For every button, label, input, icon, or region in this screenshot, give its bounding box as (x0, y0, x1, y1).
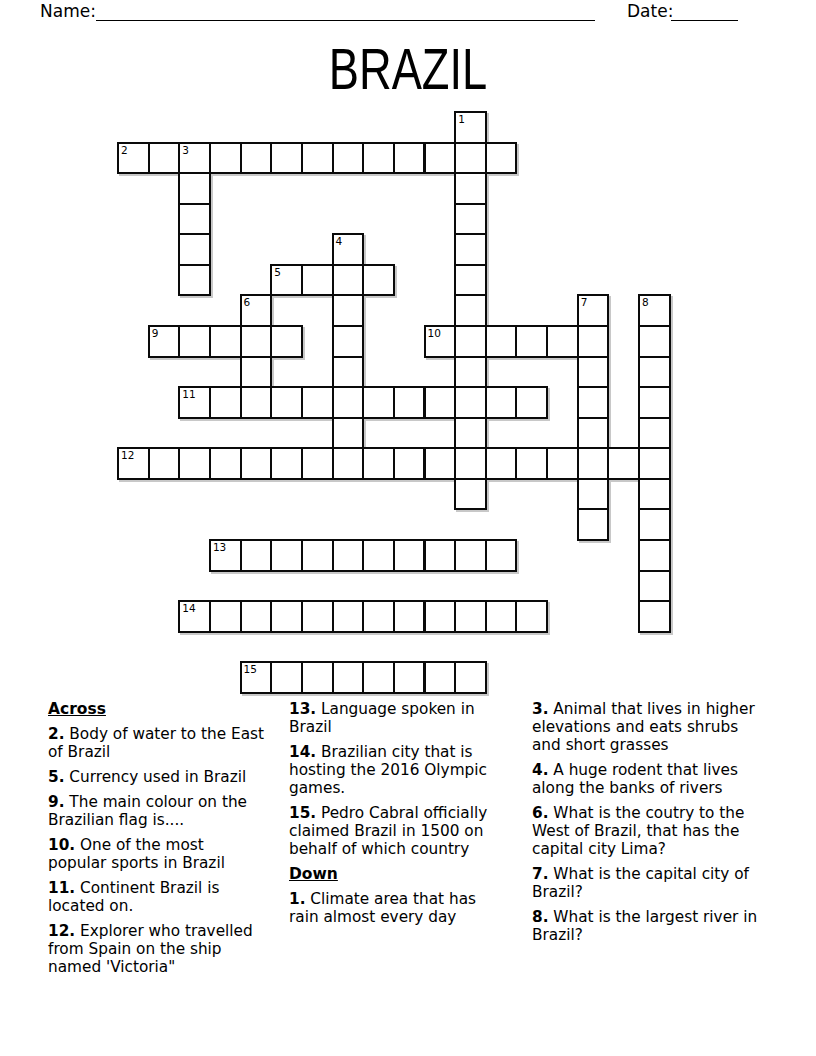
cell-clue-number: 5 (274, 266, 281, 278)
crossword-cell[interactable] (424, 600, 457, 633)
clue-text: Brazilian city that is hosting the 2016 … (289, 743, 487, 797)
cell-clue-number: 3 (182, 144, 189, 156)
cell-clue-number: 7 (581, 296, 588, 308)
crossword-cell[interactable] (485, 325, 518, 358)
clue-text: Explorer who travelled from Spain on the… (48, 922, 253, 976)
crossword-cell[interactable] (454, 386, 487, 419)
clue-down-3: 3. Animal that lives in higher elevation… (532, 700, 762, 754)
clue-across-10: 10. One of the most popular sports in Br… (48, 836, 267, 872)
clue-number: 5. (48, 768, 64, 786)
cell-clue-number: 13 (213, 541, 226, 553)
crossword-cell[interactable] (209, 386, 242, 419)
clue-across-5: 5. Currency used in Brazil (48, 768, 267, 786)
crossword-cell[interactable] (638, 417, 671, 450)
crossword-cell[interactable] (393, 539, 426, 572)
crossword-cell[interactable] (485, 600, 518, 633)
clue-down-8: 8. What is the largest river in Brazil? (532, 908, 762, 944)
across-heading: Across (48, 700, 267, 718)
crossword-cell[interactable] (638, 478, 671, 511)
crossword-cell[interactable] (362, 264, 395, 297)
clue-across-11: 11. Continent Brazil is located on. (48, 879, 267, 915)
clue-number: 8. (532, 908, 548, 926)
crossword-cell[interactable] (178, 325, 211, 358)
crossword-cell[interactable]: 12 (117, 447, 150, 480)
crossword-cell[interactable] (178, 447, 211, 480)
crossword-cell[interactable] (362, 142, 395, 175)
clue-number: 9. (48, 793, 64, 811)
crossword-cell[interactable]: 10 (424, 325, 457, 358)
crossword-cell[interactable] (209, 325, 242, 358)
clue-across-9: 9. The main colour on the Brazilian flag… (48, 793, 267, 829)
crossword-cell[interactable] (332, 386, 365, 419)
crossword-cell[interactable]: 5 (270, 264, 303, 297)
crossword-cell[interactable] (638, 570, 671, 603)
crossword-cell[interactable] (515, 447, 548, 480)
crossword-cell[interactable] (270, 447, 303, 480)
cell-clue-number: 6 (244, 296, 251, 308)
crossword-cell[interactable] (332, 661, 365, 694)
clue-across-15: 15. Pedro Cabral officially claimed Braz… (289, 804, 508, 858)
clue-text: What is the capital city of Brazil? (532, 865, 749, 901)
crossword-cell[interactable] (393, 661, 426, 694)
crossword-cell[interactable] (148, 142, 181, 175)
crossword-cell[interactable] (515, 325, 548, 358)
crossword-cell[interactable]: 9 (148, 325, 181, 358)
crossword-cell[interactable] (332, 356, 365, 389)
crossword-cell[interactable] (301, 447, 334, 480)
clue-text: What is the coutry to the West of Brazil… (532, 804, 744, 858)
clue-text: Currency used in Brazil (69, 768, 246, 786)
crossword-cell[interactable] (209, 142, 242, 175)
crossword-cell[interactable] (332, 417, 365, 450)
crossword-cell[interactable] (485, 447, 518, 480)
clue-text: Animal that lives in higher elevations a… (532, 700, 755, 754)
crossword-cell[interactable] (178, 264, 211, 297)
crossword-cell[interactable]: 8 (638, 294, 671, 327)
clue-text: Pedro Cabral officially claimed Brazil i… (289, 804, 487, 858)
crossword-cell[interactable] (332, 539, 365, 572)
clue-number: 12. (48, 922, 75, 940)
clue-number: 7. (532, 865, 548, 883)
cell-clue-number: 15 (244, 663, 257, 675)
crossword-cell[interactable]: 6 (240, 294, 273, 327)
crossword-cell[interactable] (515, 386, 548, 419)
crossword-cell[interactable]: 11 (178, 386, 211, 419)
crossword-cell[interactable]: 4 (332, 233, 365, 266)
crossword-cell[interactable] (270, 539, 303, 572)
crossword-cell[interactable] (454, 203, 487, 236)
crossword-cell[interactable] (362, 661, 395, 694)
down-heading: Down (289, 865, 508, 883)
crossword-cell[interactable] (638, 600, 671, 633)
crossword-cell[interactable] (393, 142, 426, 175)
crossword-cell[interactable] (424, 661, 457, 694)
crossword-cell[interactable] (270, 661, 303, 694)
crossword-cell[interactable] (424, 539, 457, 572)
crossword-cell[interactable]: 15 (240, 661, 273, 694)
crossword-cell[interactable] (454, 172, 487, 205)
crossword-cell[interactable] (270, 142, 303, 175)
crossword-cell[interactable] (362, 539, 395, 572)
crossword-cell[interactable] (301, 386, 334, 419)
cell-clue-number: 14 (182, 602, 195, 614)
cell-clue-number: 1 (458, 113, 465, 125)
cell-clue-number: 9 (152, 327, 159, 339)
cell-clue-number: 10 (428, 327, 441, 339)
crossword-cell[interactable] (393, 386, 426, 419)
clue-across-14: 14. Brazilian city that is hosting the 2… (289, 743, 508, 797)
crossword-cell[interactable] (515, 600, 548, 633)
crossword-cell[interactable] (240, 386, 273, 419)
crossword-cell[interactable]: 13 (209, 539, 242, 572)
crossword-grid: 123456789101112131415 (117, 111, 673, 695)
crossword-cell[interactable] (424, 142, 457, 175)
crossword-cell[interactable] (485, 539, 518, 572)
clues-column-1: Across2. Body of water to the East of Br… (48, 700, 267, 983)
crossword-cell[interactable] (454, 478, 487, 511)
clue-text: A huge rodent that lives along the banks… (532, 761, 738, 797)
clue-down-4: 4. A huge rodent that lives along the ba… (532, 761, 762, 797)
clue-number: 11. (48, 879, 75, 897)
crossword-cell[interactable] (577, 417, 610, 450)
clue-number: 3. (532, 700, 548, 718)
crossword-cell[interactable] (424, 447, 457, 480)
crossword-cell[interactable] (270, 600, 303, 633)
puzzle-title: BRAZIL (90, 40, 726, 98)
name-fill-line[interactable] (96, 20, 595, 21)
clue-number: 14. (289, 743, 316, 761)
clue-across-13: 13. Language spoken in Brazil (289, 700, 508, 736)
crossword-cell[interactable] (454, 233, 487, 266)
crossword-cell[interactable] (332, 600, 365, 633)
cell-clue-number: 4 (336, 235, 343, 247)
crossword-cell[interactable] (178, 203, 211, 236)
crossword-cell[interactable] (301, 539, 334, 572)
clue-number: 13. (289, 700, 316, 718)
clues-column-2: 13. Language spoken in Brazil14. Brazili… (289, 700, 508, 933)
crossword-cell[interactable] (454, 294, 487, 327)
crossword-cell[interactable] (454, 447, 487, 480)
crossword-cell[interactable] (301, 142, 334, 175)
crossword-cell[interactable] (178, 172, 211, 205)
crossword-cell[interactable]: 14 (178, 600, 211, 633)
crossword-cell[interactable] (454, 356, 487, 389)
clue-across-12: 12. Explorer who travelled from Spain on… (48, 922, 267, 976)
clue-down-6: 6. What is the coutry to the West of Bra… (532, 804, 762, 858)
crossword-cell[interactable] (638, 539, 671, 572)
clues-column-3: 3. Animal that lives in higher elevation… (532, 700, 762, 951)
crossword-cell[interactable] (485, 142, 518, 175)
crossword-cell[interactable] (240, 447, 273, 480)
crossword-cell[interactable] (577, 386, 610, 419)
clue-text: One of the most popular sports in Brazil (48, 836, 225, 872)
crossword-cell[interactable] (393, 447, 426, 480)
crossword-cell[interactable] (546, 447, 579, 480)
crossword-cell[interactable] (332, 294, 365, 327)
crossword-cell[interactable] (454, 417, 487, 450)
clue-number: 1. (289, 890, 305, 908)
clue-number: 4. (532, 761, 548, 779)
crossword-cell[interactable] (638, 325, 671, 358)
crossword-cell[interactable] (577, 325, 610, 358)
clue-down-1: 1. Climate area that has rain almost eve… (289, 890, 508, 926)
crossword-cell[interactable] (454, 539, 487, 572)
clue-text: What is the largest river in Brazil? (532, 908, 757, 944)
crossword-cell[interactable] (301, 600, 334, 633)
crossword-cell[interactable] (424, 386, 457, 419)
clue-text: The main colour on the Brazilian flag is… (48, 793, 247, 829)
crossword-cell[interactable] (362, 386, 395, 419)
cell-clue-number: 12 (121, 449, 134, 461)
crossword-cell[interactable]: 1 (454, 111, 487, 144)
name-label: Name: (40, 1, 96, 21)
crossword-cell[interactable] (332, 142, 365, 175)
cell-clue-number: 11 (182, 388, 195, 400)
crossword-cell[interactable] (546, 325, 579, 358)
crossword-cell[interactable] (209, 447, 242, 480)
crossword-cell[interactable] (270, 325, 303, 358)
crossword-cell[interactable] (332, 264, 365, 297)
clue-number: 15. (289, 804, 316, 822)
crossword-cell[interactable] (240, 142, 273, 175)
clue-down-7: 7. What is the capital city of Brazil? (532, 865, 762, 901)
crossword-cell[interactable] (301, 264, 334, 297)
worksheet-page: { "game": "crossword", "page": { "name_l… (0, 0, 816, 1056)
crossword-cell[interactable] (577, 508, 610, 541)
crossword-cell[interactable] (301, 661, 334, 694)
cell-clue-number: 2 (121, 144, 128, 156)
crossword-cell[interactable] (577, 447, 610, 480)
clue-number: 6. (532, 804, 548, 822)
crossword-cell[interactable] (454, 325, 487, 358)
crossword-cell[interactable]: 2 (117, 142, 150, 175)
clue-text: Language spoken in Brazil (289, 700, 475, 736)
clue-number: 10. (48, 836, 75, 854)
crossword-cell[interactable] (362, 447, 395, 480)
crossword-cell[interactable] (577, 356, 610, 389)
crossword-cell[interactable] (577, 478, 610, 511)
crossword-cell[interactable] (362, 600, 395, 633)
crossword-cell[interactable]: 3 (178, 142, 211, 175)
crossword-cell[interactable] (209, 600, 242, 633)
crossword-cell[interactable] (393, 600, 426, 633)
crossword-cell[interactable] (332, 325, 365, 358)
crossword-cell[interactable] (485, 386, 518, 419)
crossword-cell[interactable] (178, 233, 211, 266)
crossword-cell[interactable] (638, 508, 671, 541)
cell-clue-number: 8 (642, 296, 649, 308)
crossword-cell[interactable] (638, 356, 671, 389)
crossword-cell[interactable] (240, 325, 273, 358)
crossword-cell[interactable] (332, 447, 365, 480)
crossword-cell[interactable]: 7 (577, 294, 610, 327)
crossword-cell[interactable] (454, 264, 487, 297)
crossword-cell[interactable] (454, 142, 487, 175)
crossword-cell[interactable] (607, 447, 640, 480)
crossword-cell[interactable] (148, 447, 181, 480)
crossword-cell[interactable] (240, 356, 273, 389)
clue-across-2: 2. Body of water to the East of Brazil (48, 725, 267, 761)
crossword-cell[interactable] (638, 386, 671, 419)
date-label: Date: (627, 1, 673, 21)
crossword-cell[interactable] (454, 600, 487, 633)
crossword-cell[interactable] (240, 539, 273, 572)
crossword-cell[interactable] (270, 386, 303, 419)
crossword-cell[interactable] (240, 600, 273, 633)
clue-number: 2. (48, 725, 64, 743)
clue-text: Body of water to the East of Brazil (48, 725, 264, 761)
date-fill-line[interactable] (671, 20, 738, 21)
crossword-cell[interactable] (638, 447, 671, 480)
crossword-cell[interactable] (454, 661, 487, 694)
clue-text: Climate area that has rain almost every … (289, 890, 476, 926)
